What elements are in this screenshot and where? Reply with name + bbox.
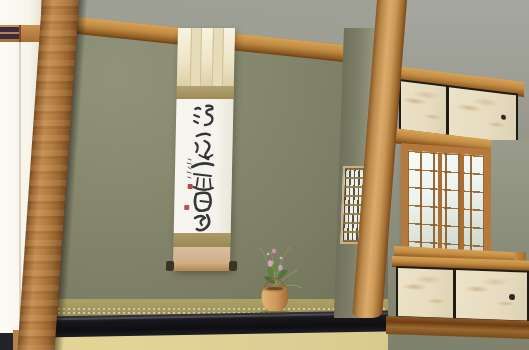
scroll-bottom-mount [173, 247, 230, 262]
leaves [264, 260, 288, 284]
lower-cabinet [396, 266, 529, 323]
scroll-mount-band [173, 233, 230, 247]
rail-groove [0, 34, 19, 39]
shoji-stile [460, 154, 464, 250]
right-wall-section [388, 0, 529, 350]
left-wall-rail [0, 25, 41, 42]
scroll-futai-strip [190, 28, 202, 86]
calligraphy-strokes [174, 99, 234, 233]
scroll-roller-rod [173, 262, 230, 271]
shoji-window [401, 143, 491, 262]
hanging-scroll [173, 28, 235, 271]
wall-panel-joint [19, 42, 21, 332]
shoji-stile [438, 153, 442, 249]
lower-cabinet-left-door [398, 268, 453, 318]
red-seal [188, 184, 193, 189]
scroll-top-mount [177, 28, 235, 86]
wood-floor-strip [386, 316, 529, 339]
lower-cabinet-right-door [456, 270, 527, 320]
upper-cabinet-left-door [401, 81, 446, 135]
upper-cabinet-right-door [449, 87, 516, 143]
scroll-futai-strip [212, 28, 224, 86]
flower-arrangement [238, 236, 316, 320]
signature-strokes [187, 159, 191, 178]
scroll-paper [174, 99, 234, 233]
floor-shadow-corner [0, 333, 13, 350]
scroll-mount-band [177, 86, 234, 99]
vase-mouth [267, 287, 284, 290]
rail-groove [0, 27, 19, 32]
shoji-paper-panes [408, 150, 484, 251]
tea-room-photo [0, 0, 529, 350]
rail-divider [19, 25, 21, 42]
red-seal [184, 205, 189, 210]
